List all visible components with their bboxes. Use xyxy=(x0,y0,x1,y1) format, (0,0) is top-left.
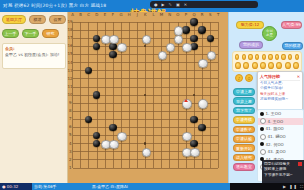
close-icon[interactable]: ✕ xyxy=(297,74,300,79)
move-row[interactable]: 42.何OO xyxy=(258,140,303,148)
record-timer: ● 00:32 xyxy=(0,183,32,190)
emoji-panel xyxy=(232,51,302,72)
action-button-申请悔棋[interactable]: 申请悔棋 xyxy=(233,116,255,124)
emoji-rose-icon[interactable] xyxy=(260,62,266,69)
emoji-smile-icon[interactable] xyxy=(235,54,239,61)
stone-black-F15 xyxy=(109,51,116,58)
coord-number-2: 2 xyxy=(68,158,72,162)
emoji-trophy-icon[interactable] xyxy=(276,62,282,69)
black-stone-icon xyxy=(260,142,264,146)
left-toolbar-row2: 上一手下一手研究 xyxy=(2,29,59,38)
popularity-popup: 人气排行榜 ✕ 今日人气之星:小棋手们加油!每天按时来上课才能获得奖励哦~ xyxy=(257,71,303,111)
emoji-row-1 xyxy=(235,54,299,61)
move-row[interactable]: 1.王OO xyxy=(258,110,303,118)
stone-black-D17 xyxy=(93,35,100,42)
stone-black-Q7 xyxy=(190,116,197,123)
grid-icon[interactable]: ▣ xyxy=(176,3,180,7)
move-number: 43. xyxy=(268,149,274,154)
coord-number-1: 1 xyxy=(68,166,72,170)
move-number: 42. xyxy=(266,142,272,147)
emoji-bell-icon[interactable] xyxy=(293,62,299,69)
emoji-thumbs-up-icon[interactable] xyxy=(252,62,258,69)
black-stone-icon xyxy=(260,112,264,116)
stone-black-R6 xyxy=(198,124,205,131)
action-button-申请认输[interactable]: 申请认输 xyxy=(233,135,255,143)
player-name: 吴OO xyxy=(275,149,285,154)
emoji-row-2 xyxy=(235,62,299,69)
stone-white-K3 xyxy=(142,148,151,157)
black-stone-icon xyxy=(260,127,264,131)
coord-number-5: 5 xyxy=(68,133,72,137)
move-row[interactable]: 4.王OO xyxy=(258,118,303,126)
coord-letter-Q: Q xyxy=(191,13,197,17)
coord-letter-E: E xyxy=(102,13,108,17)
coord-letter-M: M xyxy=(159,13,165,17)
action-button-重新开始[interactable]: 重新开始 xyxy=(233,144,255,152)
popup-title-bar: 人气排行榜 ✕ xyxy=(260,74,300,81)
chat-member-tag: 会员: xyxy=(5,46,15,51)
player-name: 王OO xyxy=(271,111,281,116)
player-name: 何OO xyxy=(273,142,283,147)
star-of-day-badge[interactable]: 今日 之星 xyxy=(262,26,277,41)
coord-letter-C: C xyxy=(86,13,92,17)
stone-white-F4 xyxy=(109,140,118,149)
coord-letter-A: A xyxy=(70,13,76,17)
emoji-laugh-icon[interactable] xyxy=(248,54,252,61)
left-button-下一手[interactable]: 下一手 xyxy=(22,29,39,38)
emoji-grin-icon[interactable] xyxy=(242,54,246,61)
coord-number-16: 16 xyxy=(68,44,72,48)
stone-black-Q19 xyxy=(190,18,197,25)
emoji-cry-icon[interactable] xyxy=(235,62,241,69)
emoji-cool-icon[interactable] xyxy=(288,54,292,61)
stone-black-Q4 xyxy=(190,140,197,147)
move-number: 41. xyxy=(266,126,272,131)
coord-number-12: 12 xyxy=(68,77,72,81)
stone-white-M15 xyxy=(158,51,167,60)
action-button-放弃上麦[interactable]: 放弃上麦 xyxy=(233,97,255,105)
stone-black-C13 xyxy=(85,67,92,74)
left-button-设置[interactable]: 设置 xyxy=(49,15,66,24)
left-button-研究[interactable]: 研究 xyxy=(42,29,59,38)
right-pill-我的棋谱[interactable]: 我的棋谱 xyxy=(282,42,303,50)
emoji-kiss-icon[interactable] xyxy=(275,54,279,61)
stone-black-D10 xyxy=(93,91,100,98)
move-number: 1. xyxy=(266,111,270,116)
chat-message: 金甲乙 vs 初段星(会员): 加油! xyxy=(5,52,63,58)
timer-icon: ⏱ xyxy=(247,76,250,81)
move-row[interactable]: 41.陈OO xyxy=(258,125,303,133)
coord-letter-R: R xyxy=(199,13,205,17)
stone-white-S15 xyxy=(207,51,216,60)
left-button-返回大厅[interactable]: 返回大厅 xyxy=(2,15,26,24)
stone-black-D16 xyxy=(93,43,100,50)
coord-number-17: 17 xyxy=(68,36,72,40)
left-toolbar-row1: 返回大厅棋谱设置 xyxy=(2,15,66,24)
close-icon[interactable]: ✕ xyxy=(184,3,187,7)
stone-white-F17 xyxy=(109,35,118,44)
stone-white-G5 xyxy=(117,132,126,141)
coord-number-15: 15 xyxy=(68,52,72,56)
coord-letter-J: J xyxy=(134,13,140,17)
player-name: 王OO xyxy=(273,119,283,124)
record-icon[interactable]: ● xyxy=(154,3,158,7)
coord-letter-P: P xyxy=(183,13,189,17)
action-button-我下完了[interactable]: 我下完了 xyxy=(233,107,255,115)
timer-button[interactable]: ⏱ xyxy=(245,74,253,82)
coord-number-6: 6 xyxy=(68,125,72,129)
coord-number-4: 4 xyxy=(68,142,72,146)
popup-body: 今日人气之星:小棋手们加油!每天按时来上课才能获得奖励哦~ xyxy=(260,81,300,103)
coord-number-18: 18 xyxy=(68,28,72,32)
badge-line2: 之星 xyxy=(266,34,273,38)
pencil-icon[interactable]: ✎ xyxy=(169,3,172,7)
stone-black-F6 xyxy=(109,124,116,131)
right-pill-人气值:99[interactable]: 人气值:99 xyxy=(281,21,302,29)
coord-number-10: 10 xyxy=(68,93,72,97)
right-pill-我的成就[interactable]: 我的成就 xyxy=(239,41,263,49)
coord-letter-N: N xyxy=(167,13,173,17)
right-pill-魅力值:12[interactable]: 魅力值:12 xyxy=(236,21,264,29)
emoji-shy-icon[interactable] xyxy=(295,54,299,61)
players-info: 黑:金甲乙 白:星阵Ai xyxy=(92,183,128,190)
right-sidebar: 今日 之星 ♪ ⏱ 人气排行榜 ✕ 今日人气之星:小棋手们加油!每天按时来上课才… xyxy=(228,12,304,183)
stone-black-D4 xyxy=(93,140,100,147)
bottom-bar: ● 00:32 当前:第46手 黑:金甲乙 白:星阵Ai ▶ ❚❚ ⛶ xyxy=(0,183,304,190)
player-name: 晓OO xyxy=(275,134,285,139)
move-number: 41. xyxy=(268,134,274,139)
coord-letter-F: F xyxy=(110,13,116,17)
coord-letter-L: L xyxy=(151,13,157,17)
coord-number-3: 3 xyxy=(68,150,72,154)
stone-black-C7 xyxy=(85,116,92,123)
star-point xyxy=(193,94,195,96)
emoji-wink-icon[interactable] xyxy=(262,54,266,61)
stone-white-Q3 xyxy=(190,148,199,157)
stone-white-N16 xyxy=(166,43,175,52)
left-button-上一手[interactable]: 上一手 xyxy=(2,29,19,38)
stone-white-P16 xyxy=(182,43,191,52)
stone-black-D5 xyxy=(93,132,100,139)
emoji-flash-icon[interactable] xyxy=(285,62,291,69)
sound-icon: ♪ xyxy=(238,76,241,81)
move-counter: 当前:第46手 xyxy=(34,183,56,190)
play-icon[interactable]: ▶ xyxy=(162,3,165,7)
left-sidebar: 返回大厅棋谱设置 上一手下一手研究 会员:金甲乙 vs 初段星(会员): 加油! xyxy=(0,12,68,183)
coord-number-14: 14 xyxy=(68,61,72,65)
chat-panel[interactable]: 会员:金甲乙 vs 初段星(会员): 加油! xyxy=(2,43,66,69)
white-stone-icon xyxy=(260,149,266,155)
coord-letter-H: H xyxy=(126,13,132,17)
stone-black-S17 xyxy=(207,35,214,42)
coord-letter-T: T xyxy=(215,13,221,17)
move-number: 4. xyxy=(268,119,272,124)
player-name: 陈OO xyxy=(273,126,283,131)
go-board[interactable]: ABCDEFGHJKLMNOPQRST191817161514131211109… xyxy=(68,12,228,183)
popup-line: 才能获得奖励哦~ xyxy=(260,97,300,103)
coord-number-11: 11 xyxy=(68,85,72,89)
action-button-申请上麦[interactable]: 申请上麦 xyxy=(233,88,255,96)
stone-white-K17 xyxy=(142,35,151,44)
caption-lines: 同学们记得每天按时来上课哦下节课不见不散~ xyxy=(264,162,302,180)
sound-button[interactable]: ♪ xyxy=(235,74,243,82)
emoji-blush-icon[interactable] xyxy=(255,54,259,61)
coord-letter-O: O xyxy=(175,13,181,17)
coord-number-9: 9 xyxy=(68,101,72,105)
coord-number-8: 8 xyxy=(68,109,72,113)
emoji-tongue-icon[interactable] xyxy=(281,54,285,61)
coord-number-7: 7 xyxy=(68,117,72,121)
action-button-进入研究[interactable]: 进入研究 xyxy=(233,154,255,162)
emoji-gift-icon[interactable] xyxy=(268,62,274,69)
stone-white-P5 xyxy=(182,132,191,141)
coord-letter-D: D xyxy=(94,13,100,17)
stone-white-R14 xyxy=(198,59,207,68)
stone-black-Q17 xyxy=(190,35,197,42)
white-stone-icon xyxy=(260,118,266,124)
media-controls[interactable]: ▶ ❚❚ ⛶ xyxy=(230,183,304,190)
video-caption-overlay: 同学们记得每天按时来上课哦下节课不见不散~ xyxy=(262,160,304,183)
coord-letter-S: S xyxy=(207,13,213,17)
go-classroom-app: 对局 棋谱62 时间(20分+1次) 黑方 白方 观战18 ●▶✎▣✕ 挂盘讲解… xyxy=(0,0,304,190)
stone-white-O17 xyxy=(174,35,183,44)
stone-black-R18 xyxy=(198,26,205,33)
coord-number-13: 13 xyxy=(68,69,72,73)
white-stone-icon xyxy=(260,134,266,140)
popup-title: 人气排行榜 xyxy=(260,74,280,79)
stone-white-G16 xyxy=(117,43,126,52)
coord-letter-B: B xyxy=(78,13,84,17)
coord-letter-G: G xyxy=(118,13,124,17)
caption-line: 下节课不见不散~ xyxy=(264,173,302,179)
action-button-申请数子[interactable]: 申请数子 xyxy=(233,126,255,134)
left-button-棋谱[interactable]: 棋谱 xyxy=(29,15,46,24)
last-move-marker-icon xyxy=(184,99,188,102)
coord-number-19: 19 xyxy=(68,20,72,24)
emoji-angry-icon[interactable] xyxy=(243,62,249,69)
coord-letter-K: K xyxy=(142,13,148,17)
stone-white-R9 xyxy=(198,99,207,108)
emoji-heart-eyes-icon[interactable] xyxy=(268,54,272,61)
move-row[interactable]: 43.吴OO xyxy=(258,148,303,156)
stone-white-P9 xyxy=(182,99,191,108)
live-badge-icon xyxy=(298,162,302,166)
move-row[interactable]: 41.晓OO xyxy=(258,133,303,141)
action-button-退出教室[interactable]: 退出教室 xyxy=(233,163,255,171)
stone-black-P18 xyxy=(182,26,189,33)
